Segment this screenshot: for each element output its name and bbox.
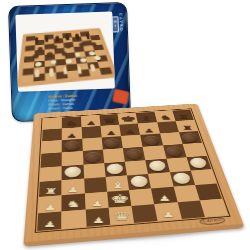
board-brand-stamp: CAYRO xyxy=(199,216,226,225)
square-h1 xyxy=(200,199,228,217)
light-checker-piece xyxy=(130,175,148,187)
light-checker-piece xyxy=(64,166,81,178)
mini-dark-piece xyxy=(75,34,80,40)
dark-checker-piece xyxy=(165,146,183,157)
dark-knight: ♞ xyxy=(62,121,82,127)
square-e2 xyxy=(129,188,154,206)
square-h2 xyxy=(195,183,222,200)
square-d1: ♛ xyxy=(108,206,134,225)
mini-light-disc xyxy=(89,51,96,55)
mini-dark-piece xyxy=(65,34,69,40)
dark-rook: ♜ xyxy=(174,114,193,119)
light-bishop: ♝ xyxy=(106,181,128,190)
square-d2: ♚ xyxy=(107,190,132,208)
light-rook: ♜ xyxy=(39,187,63,194)
mini-dark-disc xyxy=(61,51,67,55)
light-queen: ♛ xyxy=(110,211,134,222)
mini-light-disc xyxy=(80,58,87,63)
chess-checkers-board: ♞♟♛♚♝♞♜♟♟♟♟♜♜♟♝♟♞♟♚♟♟♟♛♟ CAYRO xyxy=(23,103,245,247)
tin-mini-pieces xyxy=(22,31,113,83)
mini-light-disc xyxy=(94,56,101,61)
dark-pawn: ♟ xyxy=(62,133,82,138)
mini-dark-piece xyxy=(55,36,59,43)
dark-queen: ♛ xyxy=(100,117,119,124)
dark-checker-piece xyxy=(104,138,120,148)
mini-light-piece xyxy=(35,69,39,77)
mini-dark-disc xyxy=(32,54,38,59)
dark-checker-piece xyxy=(143,135,160,145)
mini-dark-piece xyxy=(35,37,39,44)
square-c2: ♟ xyxy=(84,192,108,210)
mini-light-piece xyxy=(90,64,96,72)
board-squares: ♞♟♛♚♝♞♜♟♟♟♟♜♜♟♝♟♞♟♚♟♟♟♛♟ xyxy=(37,109,228,230)
tin-mini-board xyxy=(17,28,115,87)
square-b1 xyxy=(62,210,86,229)
tin-red-accent xyxy=(112,89,129,105)
light-checker-piece xyxy=(189,157,208,168)
mini-light-piece xyxy=(49,68,53,76)
square-c1: ♟ xyxy=(85,208,110,227)
tin-box: CAYRO 8+ Ajedrez · Damas Chess · Draught… xyxy=(8,2,131,122)
mini-dark-piece xyxy=(85,33,90,39)
dark-pawn: ♟ xyxy=(121,129,140,134)
light-checker-piece xyxy=(107,163,124,175)
light-checker-piece xyxy=(172,172,191,184)
dark-pawn: ♟ xyxy=(140,128,160,133)
light-king: ♚ xyxy=(108,193,131,205)
light-pawn: ♟ xyxy=(86,216,110,224)
square-a2: ♟ xyxy=(38,195,62,213)
mini-light-piece xyxy=(77,66,82,74)
light-pawn: ♟ xyxy=(157,211,181,219)
mini-dark-disc xyxy=(79,42,85,46)
dark-bishop: ♝ xyxy=(137,116,156,122)
square-b2: ♞ xyxy=(62,193,85,211)
mini-dark-disc xyxy=(65,44,71,48)
dark-checker-piece xyxy=(125,149,142,160)
dark-king: ♚ xyxy=(119,115,138,123)
dark-checker-piece xyxy=(64,140,79,150)
square-e1 xyxy=(132,204,158,223)
tin-brand-label: CAYRO 8+ xyxy=(111,13,124,32)
mini-light-disc xyxy=(35,62,41,67)
mini-light-piece xyxy=(63,66,68,74)
light-pawn: ♟ xyxy=(38,203,62,210)
square-a1: ♟ xyxy=(37,211,62,231)
dark-pawn: ♟ xyxy=(81,121,100,126)
light-checker-piece xyxy=(148,160,166,172)
mini-dark-disc xyxy=(51,45,57,49)
light-pawn: ♟ xyxy=(85,200,108,207)
mini-light-disc xyxy=(74,53,80,58)
dark-rook: ♜ xyxy=(177,125,197,130)
light-knight: ♞ xyxy=(62,200,86,209)
light-pawn: ♟ xyxy=(37,220,62,228)
tin-brand-text: CAYRO xyxy=(118,13,124,32)
mini-light-disc xyxy=(65,59,71,64)
light-pawn: ♟ xyxy=(153,195,176,202)
product-photo: CAYRO 8+ Ajedrez · Damas Chess · Draught… xyxy=(0,0,250,250)
mini-dark-disc xyxy=(38,47,44,51)
mini-dark-disc xyxy=(91,42,97,46)
mini-dark-piece xyxy=(45,36,48,43)
mini-dark-disc xyxy=(47,52,53,56)
dark-checker-piece xyxy=(85,151,101,162)
dark-checker-piece xyxy=(181,133,199,143)
dark-pawn: ♟ xyxy=(101,131,121,136)
light-pawn: ♟ xyxy=(62,186,85,193)
dark-knight: ♞ xyxy=(156,115,175,121)
tin-cover-photo xyxy=(15,11,115,91)
mini-light-disc xyxy=(51,60,57,65)
